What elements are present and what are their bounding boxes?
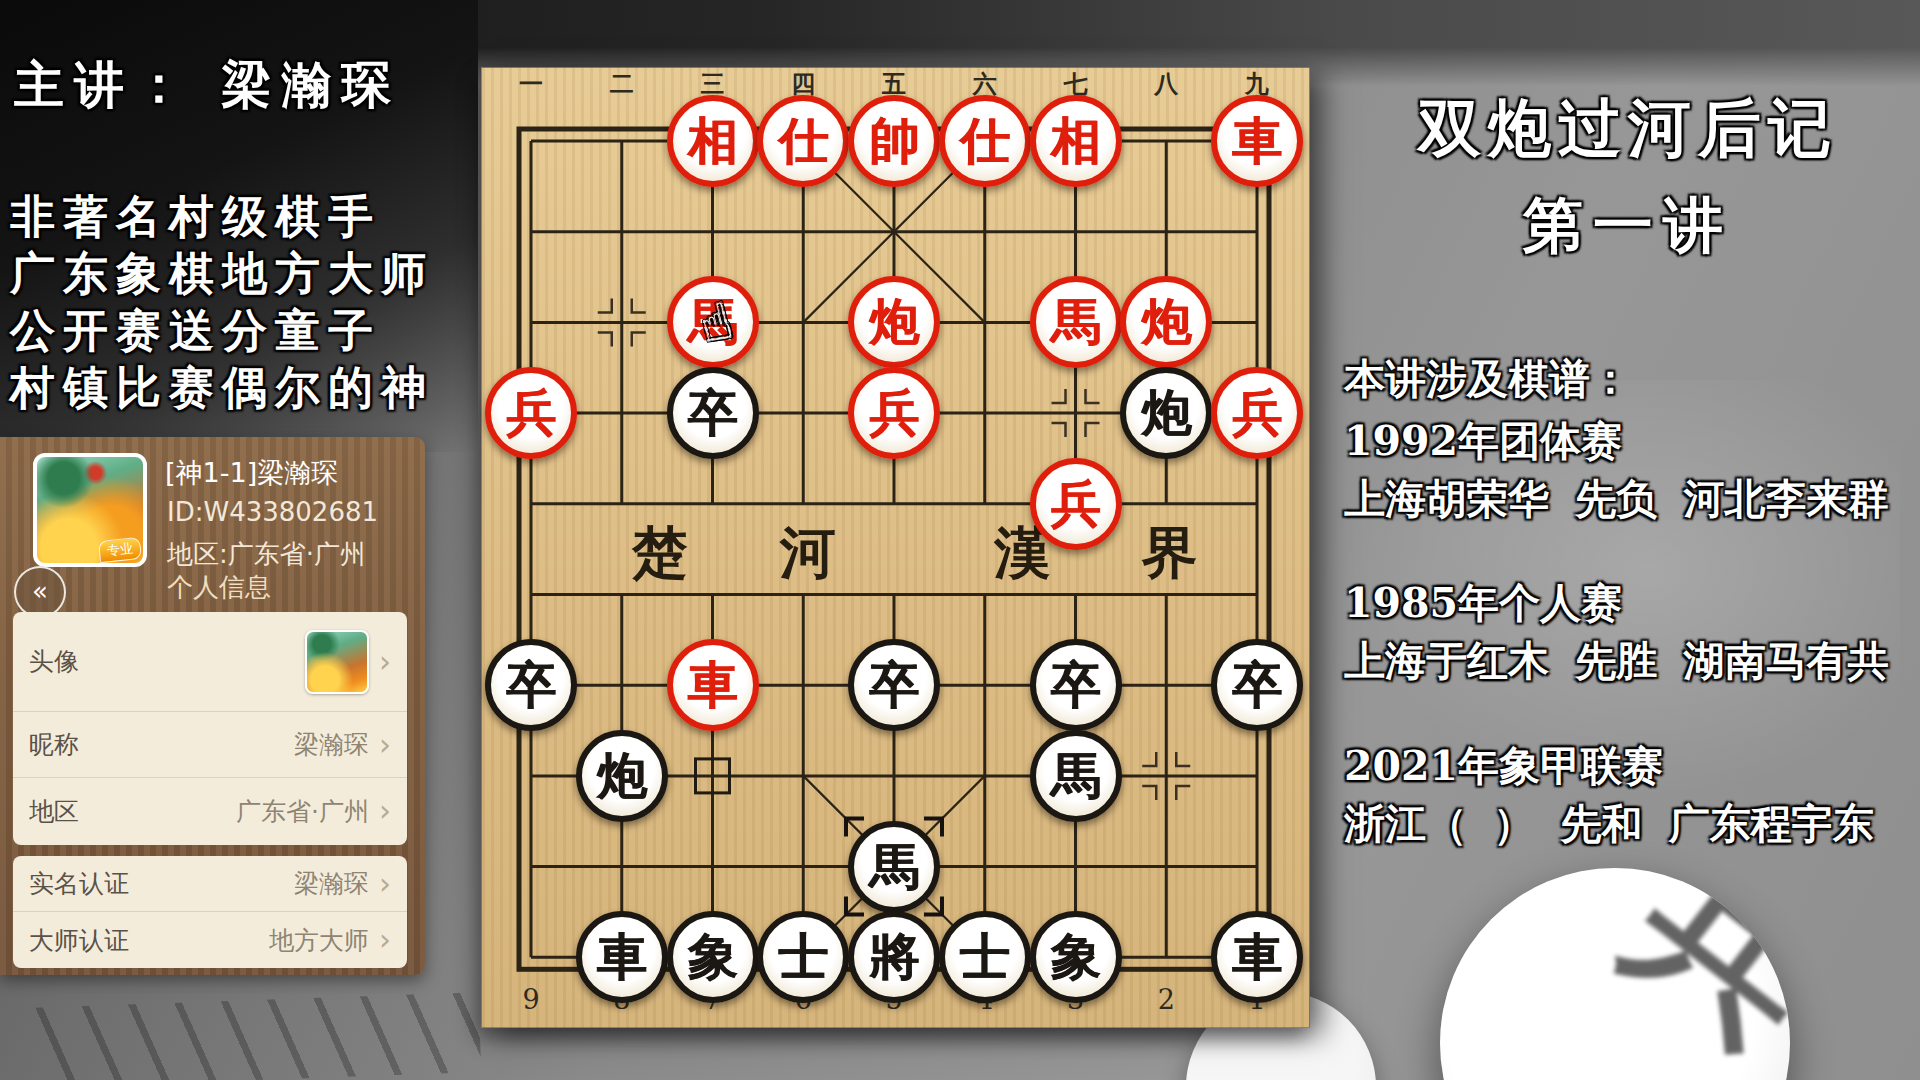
row-nickname-label: 昵称 [29, 728, 79, 761]
row-master-cert[interactable]: 大师认证 地方大师 › [13, 912, 407, 968]
piece-black-士-f6r10[interactable]: 士 [939, 911, 1031, 1003]
row-region-value: 广东省·广州 [236, 795, 369, 828]
file-label-top-1: 一 [519, 68, 543, 100]
chevron-right-icon: › [379, 647, 391, 677]
piece-black-卒-f7r7[interactable]: 卒 [1030, 639, 1122, 731]
profile-list-group-1: 头像 › 昵称 梁瀚琛 › 地区 广东省·广州 › [13, 612, 407, 845]
game-1-result: 上海胡荣华 先负 河北李来群 [1344, 472, 1920, 526]
row-avatar[interactable]: 头像 › [13, 612, 407, 712]
chevron-right-icon: › [379, 796, 391, 826]
file-label-top-2: 二 [610, 68, 634, 100]
file-label-top-8: 八 [1154, 68, 1178, 100]
piece-red-炮-f8r3[interactable]: 炮 [1120, 276, 1212, 368]
game-3-event: 2021年象甲联赛 [1344, 739, 1920, 793]
lecturer-desc-line-4: 村镇比赛偶尔的神 [10, 359, 434, 416]
avatar-thumbnail [305, 630, 369, 694]
file-label-bottom-9: 9 [522, 984, 539, 1015]
player-avatar[interactable]: 专业 [33, 453, 147, 567]
piece-black-炮-f2r8[interactable]: 炮 [576, 730, 668, 822]
piece-red-帥-f5r1[interactable]: 帥 [848, 95, 940, 187]
river-label-left: 楚 河 [632, 516, 872, 592]
row-realname-value: 梁瀚琛 [294, 867, 369, 900]
piece-black-車-f9r10[interactable]: 車 [1211, 911, 1303, 1003]
piece-red-仕-f6r1[interactable]: 仕 [939, 95, 1031, 187]
piece-black-象-f3r10[interactable]: 象 [667, 911, 759, 1003]
row-master-label: 大师认证 [29, 924, 129, 957]
piece-black-炮-f8r4[interactable]: 炮 [1120, 367, 1212, 459]
piece-red-炮-f5r3[interactable]: 炮 [848, 276, 940, 368]
piece-black-卒-f5r7[interactable]: 卒 [848, 639, 940, 731]
background-blurred-board-lines [29, 992, 482, 1080]
piece-red-仕-f4r1[interactable]: 仕 [757, 95, 849, 187]
piece-red-馬-f7r3[interactable]: 馬 [1030, 276, 1122, 368]
player-id: ID:W433802681 [167, 497, 378, 527]
piece-black-卒-f9r7[interactable]: 卒 [1211, 639, 1303, 731]
piece-black-馬-f5r9[interactable]: 馬 [848, 821, 940, 913]
piece-red-兵-f1r4[interactable]: 兵 [485, 367, 577, 459]
lecturer-desc-line-3: 公开赛送分童子 [10, 302, 434, 359]
player-profile-card: 专业 [神1-1]梁瀚琛 ID:W433802681 地区:广东省·广州 个人信… [0, 437, 425, 975]
game-2-result: 上海于红木 先胜 湖南马有共 [1344, 634, 1920, 688]
game-1-event: 1992年团体赛 [1344, 414, 1920, 468]
piece-black-馬-f7r8[interactable]: 馬 [1030, 730, 1122, 822]
chevron-right-icon: › [379, 925, 391, 955]
piece-red-相-f7r1[interactable]: 相 [1030, 95, 1122, 187]
piece-black-士-f4r10[interactable]: 士 [757, 911, 849, 1003]
game-3-result: 浙江（ ） 先和 广东程宇东 [1344, 797, 1920, 851]
lecture-title: 双炮过河后记 第一讲 [1336, 86, 1920, 267]
piece-red-兵-f9r4[interactable]: 兵 [1211, 367, 1303, 459]
referenced-games: 本讲涉及棋谱： 1992年团体赛 上海胡荣华 先负 河北李来群 1985年个人赛… [1344, 352, 1920, 901]
piece-black-車-f2r10[interactable]: 車 [576, 911, 668, 1003]
back-icon: « [32, 576, 48, 606]
referenced-game-2: 1985年个人赛 上海于红木 先胜 湖南马有共 [1344, 576, 1920, 688]
row-master-value: 地方大师 [269, 924, 369, 957]
lecturer-description: 非著名村级棋手 广东象棋地方大师 公开赛送分童子 村镇比赛偶尔的神 [10, 188, 434, 416]
row-realname-cert[interactable]: 实名认证 梁瀚琛 › [13, 856, 407, 912]
profile-list-group-2: 实名认证 梁瀚琛 › 大师认证 地方大师 › [13, 856, 407, 968]
piece-black-卒-f3r4[interactable]: 卒 [667, 367, 759, 459]
piece-red-兵-f5r4[interactable]: 兵 [848, 367, 940, 459]
back-button[interactable]: « [14, 566, 66, 618]
piece-red-相-f3r1[interactable]: 相 [667, 95, 759, 187]
lecturer-desc-line-1: 非著名村级棋手 [10, 188, 434, 245]
pro-badge: 专业 [98, 537, 142, 563]
piece-black-象-f7r10[interactable]: 象 [1030, 911, 1122, 1003]
row-realname-label: 实名认证 [29, 867, 129, 900]
lecturer-desc-line-2: 广东象棋地方大师 [10, 245, 434, 302]
referenced-game-1: 1992年团体赛 上海胡荣华 先负 河北李来群 [1344, 414, 1920, 526]
personal-info-header: 个人信息 [167, 570, 271, 605]
piece-red-兵-f7r5[interactable]: 兵 [1030, 458, 1122, 550]
piece-black-卒-f1r7[interactable]: 卒 [485, 639, 577, 731]
row-region-label: 地区 [29, 795, 79, 828]
player-name-title: [神1-1]梁瀚琛 [165, 455, 338, 491]
piece-red-車-f9r1[interactable]: 車 [1211, 95, 1303, 187]
lecture-title-line2: 第一讲 [1336, 186, 1920, 267]
row-avatar-label: 头像 [29, 645, 79, 678]
game-2-event: 1985年个人赛 [1344, 576, 1920, 630]
chevron-right-icon: › [379, 730, 391, 760]
player-region: 地区:广东省·广州 [167, 537, 366, 572]
lecturer-line: 主讲： 梁瀚琛 [14, 52, 401, 119]
row-nickname-value: 梁瀚琛 [294, 728, 369, 761]
lecture-title-line1: 双炮过河后记 [1336, 86, 1920, 172]
piece-red-車-f3r7[interactable]: 車 [667, 639, 759, 731]
referenced-game-3: 2021年象甲联赛 浙江（ ） 先和 广东程宇东 [1344, 739, 1920, 851]
row-region[interactable]: 地区 广东省·广州 › [13, 778, 407, 844]
referenced-games-header: 本讲涉及棋谱： [1344, 352, 1920, 406]
xiangqi-board[interactable]: 楚 河 漢 界 一二三四五六七八九987654321相仕帥仕相車馬炮馬炮兵卒兵炮… [481, 67, 1310, 1028]
file-label-bottom-2: 2 [1158, 984, 1175, 1015]
row-nickname[interactable]: 昵称 梁瀚琛 › [13, 712, 407, 778]
chevron-right-icon: › [379, 869, 391, 899]
piece-black-將-f5r10[interactable]: 將 [848, 911, 940, 1003]
